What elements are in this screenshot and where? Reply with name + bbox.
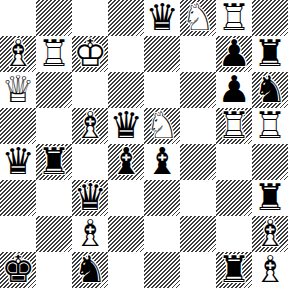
square-c2[interactable]: ♝♗	[72, 216, 108, 252]
square-d7[interactable]	[108, 36, 144, 72]
square-c6[interactable]	[72, 72, 108, 108]
square-a8[interactable]	[0, 0, 36, 36]
square-g3[interactable]	[216, 180, 252, 216]
square-c4[interactable]	[72, 144, 108, 180]
square-h2[interactable]: ♝♗	[252, 216, 288, 252]
square-f7[interactable]	[180, 36, 216, 72]
chess-board: ♛♞♘♜♖♝♗♜♖♚♔♟♜♛♕♟♞♝♗♛♞♘♜♖♜♖♛♜♝♝♛♜♝♗♝♗♚♞♜♝…	[0, 0, 288, 288]
square-d6[interactable]	[108, 72, 144, 108]
piece-black-rook: ♜	[216, 252, 252, 288]
black-pawn-icon: ♟	[216, 72, 252, 108]
square-d3[interactable]	[108, 180, 144, 216]
square-f1[interactable]	[180, 252, 216, 288]
square-g8[interactable]: ♜♖	[216, 0, 252, 36]
white-rook-icon: ♖	[216, 108, 252, 144]
square-e2[interactable]	[144, 216, 180, 252]
white-queen-icon: ♕	[0, 72, 36, 108]
square-e8[interactable]: ♛	[144, 0, 180, 36]
square-g1[interactable]: ♜	[216, 252, 252, 288]
square-e4[interactable]: ♝	[144, 144, 180, 180]
square-h4[interactable]	[252, 144, 288, 180]
black-king-icon: ♚	[0, 252, 36, 288]
square-g7[interactable]: ♟	[216, 36, 252, 72]
piece-white-rook: ♜♖	[36, 36, 72, 72]
square-c5[interactable]: ♝♗	[72, 108, 108, 144]
piece-white-bishop: ♝♗	[72, 108, 108, 144]
white-bishop-icon: ♗	[72, 216, 108, 252]
piece-white-knight: ♞♘	[180, 0, 216, 36]
square-a2[interactable]	[0, 216, 36, 252]
piece-black-pawn: ♟	[216, 36, 252, 72]
square-a7[interactable]: ♝♗	[0, 36, 36, 72]
square-e1[interactable]	[144, 252, 180, 288]
square-b5[interactable]	[36, 108, 72, 144]
black-rook-icon: ♜	[252, 36, 288, 72]
square-e3[interactable]	[144, 180, 180, 216]
piece-black-queen: ♛	[72, 180, 108, 216]
piece-black-pawn: ♟	[216, 72, 252, 108]
square-a5[interactable]	[0, 108, 36, 144]
square-f2[interactable]	[180, 216, 216, 252]
piece-white-king: ♚♔	[72, 36, 108, 72]
square-f6[interactable]	[180, 72, 216, 108]
square-a4[interactable]: ♛	[0, 144, 36, 180]
piece-white-queen: ♛♕	[0, 72, 36, 108]
square-e6[interactable]	[144, 72, 180, 108]
black-queen-icon: ♛	[108, 108, 144, 144]
square-g6[interactable]: ♟	[216, 72, 252, 108]
piece-white-rook: ♜♖	[216, 0, 252, 36]
square-g2[interactable]	[216, 216, 252, 252]
square-b4[interactable]: ♜	[36, 144, 72, 180]
square-c1[interactable]: ♞	[72, 252, 108, 288]
black-knight-icon: ♞	[252, 72, 288, 108]
square-d5[interactable]: ♛	[108, 108, 144, 144]
square-b3[interactable]	[36, 180, 72, 216]
white-king-icon: ♔	[72, 36, 108, 72]
square-d2[interactable]	[108, 216, 144, 252]
piece-black-queen: ♛	[144, 0, 180, 36]
white-rook-icon: ♖	[252, 108, 288, 144]
square-h5[interactable]: ♜♖	[252, 108, 288, 144]
black-rook-icon: ♜	[36, 144, 72, 180]
piece-white-bishop: ♝♗	[252, 252, 288, 288]
square-d4[interactable]: ♝	[108, 144, 144, 180]
piece-black-rook: ♜	[252, 36, 288, 72]
square-f5[interactable]	[180, 108, 216, 144]
white-bishop-icon: ♗	[72, 108, 108, 144]
white-bishop-icon: ♗	[0, 36, 36, 72]
square-a6[interactable]: ♛♕	[0, 72, 36, 108]
square-h3[interactable]: ♜	[252, 180, 288, 216]
square-a3[interactable]	[0, 180, 36, 216]
square-c7[interactable]: ♚♔	[72, 36, 108, 72]
piece-white-bishop: ♝♗	[252, 216, 288, 252]
square-h7[interactable]: ♜	[252, 36, 288, 72]
white-bishop-icon: ♗	[252, 252, 288, 288]
square-g5[interactable]: ♜♖	[216, 108, 252, 144]
square-e5[interactable]: ♞♘	[144, 108, 180, 144]
piece-black-bishop: ♝	[108, 144, 144, 180]
piece-black-bishop: ♝	[144, 144, 180, 180]
black-knight-icon: ♞	[72, 252, 108, 288]
piece-black-king: ♚	[0, 252, 36, 288]
piece-white-knight: ♞♘	[144, 108, 180, 144]
black-rook-icon: ♜	[252, 180, 288, 216]
square-h1[interactable]: ♝♗	[252, 252, 288, 288]
piece-white-rook: ♜♖	[216, 108, 252, 144]
black-rook-icon: ♜	[216, 252, 252, 288]
white-rook-icon: ♖	[216, 0, 252, 36]
piece-black-queen: ♛	[0, 144, 36, 180]
piece-black-queen: ♛	[108, 108, 144, 144]
square-f4[interactable]	[180, 144, 216, 180]
square-d1[interactable]	[108, 252, 144, 288]
piece-black-knight: ♞	[252, 72, 288, 108]
square-c8[interactable]	[72, 0, 108, 36]
square-b2[interactable]	[36, 216, 72, 252]
piece-white-bishop: ♝♗	[0, 36, 36, 72]
piece-black-knight: ♞	[72, 252, 108, 288]
square-b8[interactable]	[36, 0, 72, 36]
square-f3[interactable]	[180, 180, 216, 216]
black-bishop-icon: ♝	[108, 144, 144, 180]
square-a1[interactable]: ♚	[0, 252, 36, 288]
piece-white-rook: ♜♖	[252, 108, 288, 144]
square-g4[interactable]	[216, 144, 252, 180]
square-b6[interactable]	[36, 72, 72, 108]
square-b1[interactable]	[36, 252, 72, 288]
square-h6[interactable]: ♞	[252, 72, 288, 108]
square-e7[interactable]	[144, 36, 180, 72]
black-queen-icon: ♛	[72, 180, 108, 216]
white-knight-icon: ♘	[144, 108, 180, 144]
piece-black-rook: ♜	[36, 144, 72, 180]
black-queen-icon: ♛	[0, 144, 36, 180]
square-f8[interactable]: ♞♘	[180, 0, 216, 36]
black-pawn-icon: ♟	[216, 36, 252, 72]
white-rook-icon: ♖	[36, 36, 72, 72]
piece-black-rook: ♜	[252, 180, 288, 216]
black-bishop-icon: ♝	[144, 144, 180, 180]
square-c3[interactable]: ♛	[72, 180, 108, 216]
square-b7[interactable]: ♜♖	[36, 36, 72, 72]
white-bishop-icon: ♗	[252, 216, 288, 252]
black-queen-icon: ♛	[144, 0, 180, 36]
piece-white-bishop: ♝♗	[72, 216, 108, 252]
square-h8[interactable]	[252, 0, 288, 36]
white-knight-icon: ♘	[180, 0, 216, 36]
square-d8[interactable]	[108, 0, 144, 36]
